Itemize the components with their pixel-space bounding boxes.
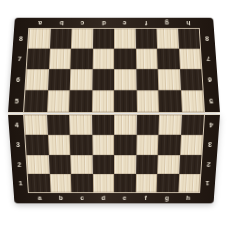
rank-label-1: 1 bbox=[199, 174, 215, 193]
folding-chessboard: abcdefgh 8765 8765 4321 4321 abcdefgh bbox=[8, 7, 220, 213]
square-g7 bbox=[157, 49, 179, 70]
square-g6 bbox=[158, 69, 181, 90]
square-f4 bbox=[136, 115, 159, 135]
square-d1 bbox=[92, 174, 114, 193]
rank-label-7: 7 bbox=[200, 49, 217, 70]
square-a2 bbox=[26, 155, 49, 174]
rank-label-4: 4 bbox=[203, 115, 220, 135]
square-c5 bbox=[69, 90, 92, 112]
square-c6 bbox=[70, 69, 92, 90]
file-label-d: d bbox=[93, 18, 114, 29]
file-label-f: f bbox=[135, 192, 156, 203]
square-e6 bbox=[114, 69, 136, 90]
rank-label-2: 2 bbox=[200, 155, 217, 174]
square-e3 bbox=[114, 135, 136, 155]
rank-label-2: 2 bbox=[11, 155, 28, 174]
file-label-b: b bbox=[50, 192, 72, 203]
rank-label-5: 5 bbox=[8, 90, 25, 112]
square-b6 bbox=[48, 69, 71, 90]
file-label-c: c bbox=[71, 192, 92, 203]
square-e8 bbox=[114, 29, 136, 49]
square-a5 bbox=[24, 90, 47, 112]
file-label-h: h bbox=[177, 192, 199, 203]
rank-label-3: 3 bbox=[10, 135, 27, 155]
square-c1 bbox=[71, 174, 93, 193]
square-d3 bbox=[92, 135, 114, 155]
rank-labels-right-bottom: 4321 bbox=[199, 115, 220, 192]
square-a6 bbox=[25, 69, 48, 90]
rank-label-6: 6 bbox=[10, 69, 27, 90]
square-a8 bbox=[28, 29, 50, 49]
square-d7 bbox=[92, 49, 114, 70]
file-label-c: c bbox=[72, 18, 93, 29]
square-b2 bbox=[48, 155, 70, 174]
square-f7 bbox=[136, 49, 158, 70]
file-label-h: h bbox=[177, 18, 199, 29]
squares-ranks-8-to-5 bbox=[24, 29, 204, 112]
rank-label-4: 4 bbox=[8, 115, 25, 135]
square-h4 bbox=[181, 115, 204, 135]
file-label-e: e bbox=[114, 18, 135, 29]
square-e2 bbox=[114, 155, 136, 174]
square-c4 bbox=[69, 115, 92, 135]
square-d4 bbox=[92, 115, 114, 135]
square-d2 bbox=[92, 155, 114, 174]
rank-label-8: 8 bbox=[199, 29, 216, 49]
square-f2 bbox=[136, 155, 158, 174]
file-label-d: d bbox=[93, 192, 114, 203]
square-e5 bbox=[114, 90, 136, 112]
chessboard-photo: abcdefgh 8765 8765 4321 4321 abcdefgh bbox=[0, 0, 228, 228]
square-b7 bbox=[49, 49, 71, 70]
square-a4 bbox=[24, 115, 47, 135]
square-g3 bbox=[158, 135, 181, 155]
square-c8 bbox=[71, 29, 93, 49]
square-f6 bbox=[136, 69, 158, 90]
square-e4 bbox=[114, 115, 136, 135]
square-c2 bbox=[70, 155, 92, 174]
square-d6 bbox=[92, 69, 114, 90]
square-h1 bbox=[178, 174, 200, 193]
rank-label-5: 5 bbox=[203, 90, 220, 112]
board-bottom-half: 4321 4321 abcdefgh bbox=[8, 114, 220, 203]
board-top-mid: 8765 8765 bbox=[8, 29, 220, 112]
file-label-a: a bbox=[29, 192, 51, 203]
rank-label-3: 3 bbox=[202, 135, 219, 155]
square-f8 bbox=[135, 29, 157, 49]
file-label-a: a bbox=[29, 18, 51, 29]
square-h2 bbox=[179, 155, 202, 174]
square-f1 bbox=[135, 174, 157, 193]
square-h6 bbox=[179, 69, 202, 90]
square-c3 bbox=[70, 135, 92, 155]
square-d8 bbox=[92, 29, 114, 49]
square-g5 bbox=[158, 90, 181, 112]
squares-ranks-4-to-1 bbox=[24, 115, 204, 192]
square-b5 bbox=[47, 90, 70, 112]
square-h8 bbox=[178, 29, 200, 49]
square-h5 bbox=[180, 90, 203, 112]
square-f3 bbox=[136, 135, 158, 155]
square-b8 bbox=[49, 29, 71, 49]
rank-label-1: 1 bbox=[12, 174, 28, 193]
file-label-f: f bbox=[135, 18, 156, 29]
board-bottom-mid: 4321 4321 bbox=[8, 115, 220, 192]
square-b4 bbox=[47, 115, 70, 135]
rank-label-8: 8 bbox=[13, 29, 30, 49]
file-label-g: g bbox=[156, 192, 178, 203]
square-d5 bbox=[92, 90, 114, 112]
square-h7 bbox=[179, 49, 202, 70]
board-top-half: abcdefgh 8765 8765 bbox=[8, 18, 220, 113]
file-labels-bottom-edge: abcdefgh bbox=[14, 192, 215, 203]
rank-label-7: 7 bbox=[11, 49, 28, 70]
square-g2 bbox=[157, 155, 179, 174]
square-g1 bbox=[157, 174, 179, 193]
square-b1 bbox=[49, 174, 71, 193]
square-e1 bbox=[114, 174, 136, 193]
square-a3 bbox=[25, 135, 48, 155]
file-label-e: e bbox=[114, 192, 135, 203]
square-b3 bbox=[47, 135, 70, 155]
file-label-b: b bbox=[50, 18, 72, 29]
square-c7 bbox=[70, 49, 92, 70]
square-g4 bbox=[158, 115, 181, 135]
square-f5 bbox=[136, 90, 159, 112]
square-a7 bbox=[27, 49, 50, 70]
square-a1 bbox=[28, 174, 50, 193]
file-label-g: g bbox=[156, 18, 178, 29]
rank-label-6: 6 bbox=[201, 69, 218, 90]
square-h3 bbox=[180, 135, 203, 155]
file-labels-top-edge: abcdefgh bbox=[14, 18, 214, 29]
square-g8 bbox=[156, 29, 178, 49]
square-e7 bbox=[114, 49, 136, 70]
